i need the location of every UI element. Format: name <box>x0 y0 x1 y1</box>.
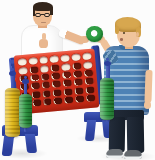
empty-hole <box>85 86 94 94</box>
empty-hole <box>51 72 60 80</box>
boy-jeans-leg <box>109 117 126 152</box>
man-sideburn <box>50 9 53 15</box>
boy-sneaker <box>124 150 142 159</box>
empty-hole <box>40 65 49 73</box>
boy-jeans-leg <box>127 117 144 153</box>
empty-hole <box>82 53 91 61</box>
empty-hole <box>52 81 61 89</box>
boy-hanging-arm <box>144 70 152 103</box>
empty-hole <box>53 89 62 97</box>
man-mouth <box>41 22 46 24</box>
empty-hole <box>32 99 41 107</box>
cell-c5r1[interactable] <box>63 96 75 105</box>
empty-hole <box>72 62 81 70</box>
empty-hole <box>50 55 59 63</box>
empty-hole <box>61 63 70 71</box>
empty-hole <box>51 64 60 72</box>
empty-hole <box>41 82 50 90</box>
man-thumbs-up-fist <box>39 39 48 48</box>
empty-hole <box>42 90 51 98</box>
green-ring-stack[interactable] <box>100 78 114 120</box>
empty-hole <box>54 97 63 105</box>
cell-c4r1[interactable] <box>52 97 64 106</box>
man-thumbs-up-thumb <box>42 33 46 40</box>
empty-hole <box>62 71 71 79</box>
empty-hole <box>75 95 84 103</box>
empty-hole <box>64 88 73 96</box>
empty-hole <box>41 73 50 81</box>
empty-hole <box>31 91 40 99</box>
empty-hole <box>74 87 83 95</box>
empty-hole <box>85 78 94 86</box>
empty-hole <box>86 94 95 102</box>
boy-hair-lock <box>115 26 119 34</box>
cell-c2r1[interactable] <box>31 98 43 107</box>
post-cap <box>22 79 29 84</box>
boy-ear <box>136 32 140 37</box>
boy-hand <box>144 101 152 109</box>
empty-hole <box>30 74 39 82</box>
empty-hole <box>17 58 26 66</box>
empty-hole <box>43 98 52 106</box>
green-ring-stack[interactable] <box>19 94 32 128</box>
glasses-right-lens <box>44 13 51 18</box>
empty-hole <box>83 61 92 69</box>
empty-hole <box>29 66 38 74</box>
empty-hole <box>84 69 93 77</box>
scene <box>0 0 155 160</box>
empty-hole <box>63 80 72 88</box>
empty-hole <box>73 70 82 78</box>
boy-sneaker <box>106 149 124 158</box>
glasses-bridge <box>41 14 44 15</box>
empty-hole <box>28 57 37 65</box>
yellow-ring-stack[interactable] <box>5 88 20 137</box>
empty-hole <box>61 54 70 62</box>
empty-hole <box>18 67 27 75</box>
empty-hole <box>71 54 80 62</box>
cell-c6r1[interactable] <box>74 95 86 104</box>
boy-eye <box>123 32 125 34</box>
boy-mouth <box>120 38 124 41</box>
post-cap <box>9 71 17 77</box>
held-green-ring[interactable] <box>86 26 103 42</box>
board-left-foot-leg <box>25 134 37 153</box>
empty-hole <box>39 56 48 64</box>
empty-hole <box>74 79 83 87</box>
cell-c3r1[interactable] <box>42 97 54 106</box>
empty-hole <box>30 82 39 90</box>
empty-hole <box>64 96 73 104</box>
cell-c7r1[interactable] <box>85 94 97 103</box>
